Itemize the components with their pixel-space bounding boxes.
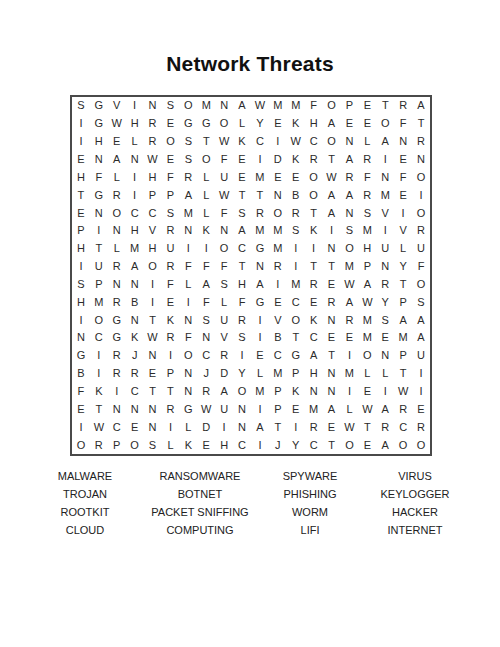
grid-cell-r17c6[interactable]: T xyxy=(161,383,179,401)
grid-cell-r3c2[interactable]: H xyxy=(90,133,108,151)
grid-cell-r4c4[interactable]: N xyxy=(126,151,144,169)
grid-cell-r16c20[interactable]: I xyxy=(412,365,430,383)
grid-cell-r4c3[interactable]: A xyxy=(108,151,126,169)
grid-cell-r10c7[interactable]: F xyxy=(179,258,197,276)
grid-cell-r12c12[interactable]: E xyxy=(269,293,287,311)
grid-cell-r18c17[interactable]: W xyxy=(358,400,376,418)
grid-cell-r10c13[interactable]: I xyxy=(287,258,305,276)
grid-cell-r13c10[interactable]: R xyxy=(233,311,251,329)
grid-cell-r20c7[interactable]: K xyxy=(179,436,197,454)
grid-cell-r6c18[interactable]: M xyxy=(376,186,394,204)
grid-cell-r20c20[interactable]: O xyxy=(412,436,430,454)
grid-cell-r9c9[interactable]: O xyxy=(215,240,233,258)
grid-cell-r18c9[interactable]: U xyxy=(215,400,233,418)
grid-cell-r9c3[interactable]: L xyxy=(108,240,126,258)
grid-cell-r17c11[interactable]: M xyxy=(251,383,269,401)
grid-cell-r19c18[interactable]: R xyxy=(376,418,394,436)
grid-cell-r12c15[interactable]: R xyxy=(323,293,341,311)
grid-cell-r10c12[interactable]: R xyxy=(269,258,287,276)
grid-cell-r19c16[interactable]: W xyxy=(340,418,358,436)
grid-cell-r1c10[interactable]: A xyxy=(233,97,251,115)
grid-cell-r20c14[interactable]: C xyxy=(305,436,323,454)
grid-cell-r20c2[interactable]: R xyxy=(90,436,108,454)
grid-cell-r2c14[interactable]: H xyxy=(305,115,323,133)
grid-cell-r15c1[interactable]: G xyxy=(72,347,90,365)
grid-cell-r3c4[interactable]: L xyxy=(126,133,144,151)
grid-cell-r2c3[interactable]: W xyxy=(108,115,126,133)
grid-cell-r10c17[interactable]: P xyxy=(358,258,376,276)
grid-cell-r20c15[interactable]: T xyxy=(323,436,341,454)
grid-cell-r5c13[interactable]: E xyxy=(287,168,305,186)
grid-cell-r15c10[interactable]: I xyxy=(233,347,251,365)
grid-cell-r16c11[interactable]: L xyxy=(251,365,269,383)
grid-cell-r2c13[interactable]: K xyxy=(287,115,305,133)
grid-cell-r11c9[interactable]: S xyxy=(215,276,233,294)
grid-cell-r16c17[interactable]: L xyxy=(358,365,376,383)
grid-cell-r5c8[interactable]: L xyxy=(197,168,215,186)
grid-cell-r7c13[interactable]: R xyxy=(287,204,305,222)
grid-cell-r8c11[interactable]: M xyxy=(251,222,269,240)
grid-cell-r9c6[interactable]: U xyxy=(161,240,179,258)
grid-cell-r10c16[interactable]: M xyxy=(340,258,358,276)
grid-cell-r10c6[interactable]: R xyxy=(161,258,179,276)
grid-cell-r19c19[interactable]: C xyxy=(394,418,412,436)
grid-cell-r1c12[interactable]: M xyxy=(269,97,287,115)
grid-cell-r15c5[interactable]: N xyxy=(144,347,162,365)
grid-cell-r18c16[interactable]: L xyxy=(340,400,358,418)
grid-cell-r2c9[interactable]: O xyxy=(215,115,233,133)
grid-cell-r10c9[interactable]: F xyxy=(215,258,233,276)
grid-cell-r10c19[interactable]: Y xyxy=(394,258,412,276)
grid-cell-r4c8[interactable]: O xyxy=(197,151,215,169)
grid-cell-r20c9[interactable]: H xyxy=(215,436,233,454)
grid-cell-r12c16[interactable]: A xyxy=(340,293,358,311)
grid-cell-r1c20[interactable]: A xyxy=(412,97,430,115)
grid-cell-r1c2[interactable]: G xyxy=(90,97,108,115)
grid-cell-r8c9[interactable]: N xyxy=(215,222,233,240)
grid-cell-r17c16[interactable]: I xyxy=(340,383,358,401)
grid-cell-r18c3[interactable]: N xyxy=(108,400,126,418)
grid-cell-r19c11[interactable]: A xyxy=(251,418,269,436)
grid-cell-r2c6[interactable]: E xyxy=(161,115,179,133)
grid-cell-r5c17[interactable]: F xyxy=(358,168,376,186)
grid-cell-r9c4[interactable]: M xyxy=(126,240,144,258)
grid-cell-r2c4[interactable]: H xyxy=(126,115,144,133)
grid-cell-r16c2[interactable]: I xyxy=(90,365,108,383)
grid-cell-r6c11[interactable]: T xyxy=(251,186,269,204)
grid-cell-r15c2[interactable]: I xyxy=(90,347,108,365)
grid-cell-r18c20[interactable]: E xyxy=(412,400,430,418)
grid-cell-r5c18[interactable]: N xyxy=(376,168,394,186)
grid-cell-r16c4[interactable]: R xyxy=(126,365,144,383)
grid-cell-r10c1[interactable]: I xyxy=(72,258,90,276)
grid-cell-r7c10[interactable]: S xyxy=(233,204,251,222)
grid-cell-r13c14[interactable]: K xyxy=(305,311,323,329)
grid-cell-r20c17[interactable]: E xyxy=(358,436,376,454)
grid-cell-r14c18[interactable]: E xyxy=(376,329,394,347)
grid-cell-r19c4[interactable]: E xyxy=(126,418,144,436)
grid-cell-r11c6[interactable]: F xyxy=(161,276,179,294)
grid-cell-r20c13[interactable]: Y xyxy=(287,436,305,454)
grid-cell-r11c14[interactable]: R xyxy=(305,276,323,294)
grid-cell-r1c19[interactable]: R xyxy=(394,97,412,115)
grid-cell-r7c3[interactable]: O xyxy=(108,204,126,222)
grid-cell-r7c12[interactable]: O xyxy=(269,204,287,222)
grid-cell-r1c7[interactable]: O xyxy=(179,97,197,115)
grid-cell-r12c4[interactable]: B xyxy=(126,293,144,311)
grid-cell-r15c6[interactable]: I xyxy=(161,347,179,365)
grid-cell-r6c20[interactable]: I xyxy=(412,186,430,204)
grid-cell-r2c5[interactable]: R xyxy=(144,115,162,133)
grid-cell-r5c20[interactable]: O xyxy=(412,168,430,186)
grid-cell-r15c3[interactable]: R xyxy=(108,347,126,365)
grid-cell-r5c14[interactable]: O xyxy=(305,168,323,186)
grid-cell-r9c10[interactable]: C xyxy=(233,240,251,258)
grid-cell-r8c1[interactable]: P xyxy=(72,222,90,240)
grid-cell-r1c3[interactable]: V xyxy=(108,97,126,115)
grid-cell-r16c6[interactable]: P xyxy=(161,365,179,383)
grid-cell-r3c14[interactable]: C xyxy=(305,133,323,151)
grid-cell-r9c19[interactable]: L xyxy=(394,240,412,258)
grid-cell-r13c4[interactable]: N xyxy=(126,311,144,329)
grid-cell-r16c5[interactable]: E xyxy=(144,365,162,383)
grid-cell-r17c3[interactable]: I xyxy=(108,383,126,401)
grid-cell-r3c12[interactable]: I xyxy=(269,133,287,151)
grid-cell-r20c12[interactable]: J xyxy=(269,436,287,454)
grid-cell-r4c10[interactable]: E xyxy=(233,151,251,169)
grid-cell-r2c11[interactable]: Y xyxy=(251,115,269,133)
grid-cell-r15c11[interactable]: E xyxy=(251,347,269,365)
grid-cell-r5c15[interactable]: W xyxy=(323,168,341,186)
grid-cell-r12c7[interactable]: I xyxy=(179,293,197,311)
grid-cell-r10c10[interactable]: T xyxy=(233,258,251,276)
grid-cell-r8c4[interactable]: H xyxy=(126,222,144,240)
grid-cell-r9c15[interactable]: N xyxy=(323,240,341,258)
grid-cell-r15c8[interactable]: C xyxy=(197,347,215,365)
grid-cell-r10c14[interactable]: T xyxy=(305,258,323,276)
grid-cell-r10c18[interactable]: N xyxy=(376,258,394,276)
grid-cell-r11c4[interactable]: N xyxy=(126,276,144,294)
grid-cell-r8c3[interactable]: N xyxy=(108,222,126,240)
grid-cell-r6c17[interactable]: R xyxy=(358,186,376,204)
grid-cell-r5c9[interactable]: U xyxy=(215,168,233,186)
grid-cell-r2c19[interactable]: F xyxy=(394,115,412,133)
grid-cell-r4c2[interactable]: N xyxy=(90,151,108,169)
grid-cell-r16c18[interactable]: L xyxy=(376,365,394,383)
grid-cell-r13c2[interactable]: O xyxy=(90,311,108,329)
grid-cell-r17c15[interactable]: N xyxy=(323,383,341,401)
grid-cell-r5c10[interactable]: E xyxy=(233,168,251,186)
grid-cell-r1c5[interactable]: N xyxy=(144,97,162,115)
grid-cell-r16c15[interactable]: N xyxy=(323,365,341,383)
grid-cell-r12c11[interactable]: G xyxy=(251,293,269,311)
grid-cell-r13c5[interactable]: T xyxy=(144,311,162,329)
grid-cell-r13c18[interactable]: S xyxy=(376,311,394,329)
grid-cell-r9c18[interactable]: U xyxy=(376,240,394,258)
grid-cell-r17c4[interactable]: C xyxy=(126,383,144,401)
grid-cell-r6c5[interactable]: P xyxy=(144,186,162,204)
grid-cell-r8c5[interactable]: V xyxy=(144,222,162,240)
grid-cell-r3c1[interactable]: I xyxy=(72,133,90,151)
grid-cell-r18c6[interactable]: R xyxy=(161,400,179,418)
grid-cell-r17c8[interactable]: R xyxy=(197,383,215,401)
grid-cell-r13c17[interactable]: M xyxy=(358,311,376,329)
grid-cell-r12c17[interactable]: W xyxy=(358,293,376,311)
grid-cell-r16c8[interactable]: J xyxy=(197,365,215,383)
grid-cell-r4c6[interactable]: E xyxy=(161,151,179,169)
grid-cell-r8c14[interactable]: K xyxy=(305,222,323,240)
grid-cell-r15c17[interactable]: O xyxy=(358,347,376,365)
grid-cell-r14c15[interactable]: E xyxy=(323,329,341,347)
grid-cell-r16c3[interactable]: R xyxy=(108,365,126,383)
grid-cell-r5c6[interactable]: F xyxy=(161,168,179,186)
grid-cell-r16c16[interactable]: M xyxy=(340,365,358,383)
grid-cell-r9c11[interactable]: G xyxy=(251,240,269,258)
grid-cell-r13c7[interactable]: N xyxy=(179,311,197,329)
grid-cell-r20c4[interactable]: O xyxy=(126,436,144,454)
grid-cell-r13c11[interactable]: I xyxy=(251,311,269,329)
grid-cell-r11c13[interactable]: M xyxy=(287,276,305,294)
grid-cell-r10c20[interactable]: F xyxy=(412,258,430,276)
grid-cell-r10c4[interactable]: A xyxy=(126,258,144,276)
grid-cell-r19c9[interactable]: I xyxy=(215,418,233,436)
grid-cell-r8c7[interactable]: N xyxy=(179,222,197,240)
grid-cell-r20c6[interactable]: L xyxy=(161,436,179,454)
grid-cell-r6c3[interactable]: R xyxy=(108,186,126,204)
grid-cell-r9c17[interactable]: H xyxy=(358,240,376,258)
grid-cell-r7c19[interactable]: I xyxy=(394,204,412,222)
grid-cell-r13c6[interactable]: K xyxy=(161,311,179,329)
grid-cell-r6c14[interactable]: O xyxy=(305,186,323,204)
grid-cell-r8c13[interactable]: S xyxy=(287,222,305,240)
grid-cell-r18c19[interactable]: R xyxy=(394,400,412,418)
grid-cell-r10c5[interactable]: O xyxy=(144,258,162,276)
grid-cell-r17c9[interactable]: A xyxy=(215,383,233,401)
grid-cell-r8c19[interactable]: V xyxy=(394,222,412,240)
grid-cell-r7c14[interactable]: T xyxy=(305,204,323,222)
grid-cell-r3c9[interactable]: W xyxy=(215,133,233,151)
grid-cell-r7c18[interactable]: V xyxy=(376,204,394,222)
grid-cell-r4c1[interactable]: E xyxy=(72,151,90,169)
grid-cell-r11c18[interactable]: R xyxy=(376,276,394,294)
grid-cell-r5c16[interactable]: R xyxy=(340,168,358,186)
grid-cell-r17c19[interactable]: W xyxy=(394,383,412,401)
grid-cell-r20c11[interactable]: I xyxy=(251,436,269,454)
grid-cell-r18c8[interactable]: W xyxy=(197,400,215,418)
grid-cell-r2c7[interactable]: G xyxy=(179,115,197,133)
grid-cell-r15c16[interactable]: I xyxy=(340,347,358,365)
grid-cell-r6c2[interactable]: G xyxy=(90,186,108,204)
grid-cell-r19c7[interactable]: L xyxy=(179,418,197,436)
grid-cell-r6c8[interactable]: L xyxy=(197,186,215,204)
grid-cell-r11c20[interactable]: O xyxy=(412,276,430,294)
grid-cell-r8c16[interactable]: S xyxy=(340,222,358,240)
grid-cell-r6c13[interactable]: B xyxy=(287,186,305,204)
grid-cell-r17c17[interactable]: E xyxy=(358,383,376,401)
grid-cell-r2c17[interactable]: E xyxy=(358,115,376,133)
grid-cell-r14c17[interactable]: M xyxy=(358,329,376,347)
grid-cell-r9c16[interactable]: O xyxy=(340,240,358,258)
grid-cell-r1c11[interactable]: W xyxy=(251,97,269,115)
grid-cell-r1c9[interactable]: N xyxy=(215,97,233,115)
grid-cell-r7c16[interactable]: N xyxy=(340,204,358,222)
grid-cell-r18c4[interactable]: N xyxy=(126,400,144,418)
grid-cell-r17c14[interactable]: N xyxy=(305,383,323,401)
grid-cell-r19c17[interactable]: T xyxy=(358,418,376,436)
grid-cell-r20c5[interactable]: S xyxy=(144,436,162,454)
grid-cell-r10c11[interactable]: N xyxy=(251,258,269,276)
grid-cell-r17c20[interactable]: I xyxy=(412,383,430,401)
grid-cell-r13c20[interactable]: A xyxy=(412,311,430,329)
grid-cell-r3c15[interactable]: O xyxy=(323,133,341,151)
grid-cell-r17c12[interactable]: P xyxy=(269,383,287,401)
grid-cell-r12c6[interactable]: E xyxy=(161,293,179,311)
grid-cell-r7c11[interactable]: R xyxy=(251,204,269,222)
grid-cell-r8c18[interactable]: I xyxy=(376,222,394,240)
grid-cell-r8c2[interactable]: I xyxy=(90,222,108,240)
grid-cell-r3c5[interactable]: R xyxy=(144,133,162,151)
grid-cell-r3c3[interactable]: E xyxy=(108,133,126,151)
grid-cell-r15c7[interactable]: O xyxy=(179,347,197,365)
grid-cell-r11c11[interactable]: A xyxy=(251,276,269,294)
grid-cell-r2c18[interactable]: O xyxy=(376,115,394,133)
grid-cell-r1c13[interactable]: M xyxy=(287,97,305,115)
grid-cell-r15c14[interactable]: A xyxy=(305,347,323,365)
grid-cell-r12c20[interactable]: S xyxy=(412,293,430,311)
grid-cell-r3c16[interactable]: N xyxy=(340,133,358,151)
grid-cell-r9c8[interactable]: I xyxy=(197,240,215,258)
grid-cell-r4c12[interactable]: D xyxy=(269,151,287,169)
grid-cell-r19c12[interactable]: T xyxy=(269,418,287,436)
grid-cell-r15c4[interactable]: J xyxy=(126,347,144,365)
grid-cell-r14c13[interactable]: T xyxy=(287,329,305,347)
grid-cell-r19c14[interactable]: R xyxy=(305,418,323,436)
grid-cell-r6c1[interactable]: T xyxy=(72,186,90,204)
grid-cell-r6c15[interactable]: A xyxy=(323,186,341,204)
grid-cell-r16c7[interactable]: N xyxy=(179,365,197,383)
grid-cell-r1c18[interactable]: T xyxy=(376,97,394,115)
grid-cell-r2c15[interactable]: A xyxy=(323,115,341,133)
grid-cell-r14c16[interactable]: E xyxy=(340,329,358,347)
grid-cell-r18c11[interactable]: I xyxy=(251,400,269,418)
grid-cell-r11c7[interactable]: L xyxy=(179,276,197,294)
grid-cell-r1c16[interactable]: P xyxy=(340,97,358,115)
grid-cell-r3c17[interactable]: L xyxy=(358,133,376,151)
grid-cell-r1c17[interactable]: E xyxy=(358,97,376,115)
grid-cell-r13c16[interactable]: R xyxy=(340,311,358,329)
grid-cell-r4c9[interactable]: F xyxy=(215,151,233,169)
grid-cell-r15c18[interactable]: N xyxy=(376,347,394,365)
grid-cell-r5c1[interactable]: H xyxy=(72,168,90,186)
grid-cell-r12c8[interactable]: F xyxy=(197,293,215,311)
grid-cell-r9c13[interactable]: I xyxy=(287,240,305,258)
grid-cell-r7c15[interactable]: A xyxy=(323,204,341,222)
grid-cell-r16c19[interactable]: T xyxy=(394,365,412,383)
grid-cell-r20c19[interactable]: O xyxy=(394,436,412,454)
grid-cell-r11c8[interactable]: A xyxy=(197,276,215,294)
grid-cell-r13c3[interactable]: G xyxy=(108,311,126,329)
grid-cell-r6c6[interactable]: P xyxy=(161,186,179,204)
grid-cell-r9c14[interactable]: I xyxy=(305,240,323,258)
grid-cell-r2c20[interactable]: T xyxy=(412,115,430,133)
grid-cell-r17c10[interactable]: O xyxy=(233,383,251,401)
grid-cell-r3c13[interactable]: W xyxy=(287,133,305,151)
grid-cell-r16c12[interactable]: M xyxy=(269,365,287,383)
grid-cell-r5c11[interactable]: M xyxy=(251,168,269,186)
grid-cell-r7c20[interactable]: O xyxy=(412,204,430,222)
grid-cell-r5c12[interactable]: E xyxy=(269,168,287,186)
grid-cell-r4c5[interactable]: W xyxy=(144,151,162,169)
grid-cell-r11c15[interactable]: E xyxy=(323,276,341,294)
grid-cell-r3c18[interactable]: A xyxy=(376,133,394,151)
grid-cell-r16c1[interactable]: B xyxy=(72,365,90,383)
grid-cell-r16c9[interactable]: D xyxy=(215,365,233,383)
grid-cell-r13c8[interactable]: S xyxy=(197,311,215,329)
grid-cell-r19c2[interactable]: W xyxy=(90,418,108,436)
grid-cell-r8c12[interactable]: M xyxy=(269,222,287,240)
grid-cell-r14c14[interactable]: C xyxy=(305,329,323,347)
grid-cell-r9c5[interactable]: H xyxy=(144,240,162,258)
grid-cell-r11c5[interactable]: I xyxy=(144,276,162,294)
grid-cell-r8c17[interactable]: M xyxy=(358,222,376,240)
grid-cell-r3c8[interactable]: T xyxy=(197,133,215,151)
grid-cell-r19c13[interactable]: I xyxy=(287,418,305,436)
grid-cell-r3c7[interactable]: S xyxy=(179,133,197,151)
grid-cell-r18c1[interactable]: E xyxy=(72,400,90,418)
grid-cell-r13c9[interactable]: U xyxy=(215,311,233,329)
grid-cell-r13c15[interactable]: N xyxy=(323,311,341,329)
grid-cell-r5c5[interactable]: H xyxy=(144,168,162,186)
grid-cell-r17c2[interactable]: K xyxy=(90,383,108,401)
grid-cell-r12c19[interactable]: P xyxy=(394,293,412,311)
grid-cell-r11c16[interactable]: W xyxy=(340,276,358,294)
grid-cell-r14c19[interactable]: M xyxy=(394,329,412,347)
grid-cell-r15c12[interactable]: C xyxy=(269,347,287,365)
grid-cell-r4c16[interactable]: A xyxy=(340,151,358,169)
grid-cell-r16c14[interactable]: H xyxy=(305,365,323,383)
grid-cell-r7c6[interactable]: S xyxy=(161,204,179,222)
grid-cell-r4c11[interactable]: I xyxy=(251,151,269,169)
grid-cell-r8c20[interactable]: R xyxy=(412,222,430,240)
grid-cell-r20c18[interactable]: A xyxy=(376,436,394,454)
grid-cell-r7c17[interactable]: S xyxy=(358,204,376,222)
grid-cell-r10c15[interactable]: T xyxy=(323,258,341,276)
grid-cell-r10c2[interactable]: U xyxy=(90,258,108,276)
grid-cell-r19c6[interactable]: I xyxy=(161,418,179,436)
grid-cell-r7c9[interactable]: F xyxy=(215,204,233,222)
grid-cell-r12c1[interactable]: H xyxy=(72,293,90,311)
grid-cell-r2c12[interactable]: E xyxy=(269,115,287,133)
grid-cell-r5c2[interactable]: F xyxy=(90,168,108,186)
grid-cell-r2c1[interactable]: I xyxy=(72,115,90,133)
grid-cell-r20c8[interactable]: E xyxy=(197,436,215,454)
grid-cell-r4c15[interactable]: T xyxy=(323,151,341,169)
grid-cell-r14c5[interactable]: W xyxy=(144,329,162,347)
grid-cell-r7c8[interactable]: L xyxy=(197,204,215,222)
grid-cell-r15c9[interactable]: R xyxy=(215,347,233,365)
grid-cell-r6c12[interactable]: N xyxy=(269,186,287,204)
grid-cell-r1c1[interactable]: S xyxy=(72,97,90,115)
grid-cell-r11c2[interactable]: P xyxy=(90,276,108,294)
grid-cell-r7c2[interactable]: N xyxy=(90,204,108,222)
grid-cell-r17c7[interactable]: N xyxy=(179,383,197,401)
grid-cell-r19c1[interactable]: I xyxy=(72,418,90,436)
grid-cell-r11c3[interactable]: N xyxy=(108,276,126,294)
grid-cell-r18c2[interactable]: T xyxy=(90,400,108,418)
grid-cell-r12c14[interactable]: E xyxy=(305,293,323,311)
grid-cell-r12c3[interactable]: R xyxy=(108,293,126,311)
grid-cell-r14c20[interactable]: A xyxy=(412,329,430,347)
